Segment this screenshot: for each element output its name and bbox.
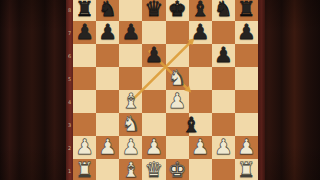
chess-app-stage: 87654321 ♜♞♛♚♝♞♜♟♟♟♟♟♟♟♞♝♟♞♝♟♟♟♟♟♟♟♜♝♛♚♜ — [0, 0, 320, 180]
square-h4[interactable] — [235, 90, 258, 113]
rank-label-8: 8 — [66, 0, 73, 21]
square-g3[interactable] — [212, 113, 235, 136]
square-f4[interactable] — [189, 90, 212, 113]
square-h6[interactable] — [235, 44, 258, 67]
white-bishop-c4[interactable]: ♝ — [121, 90, 140, 113]
black-rook-h8[interactable]: ♜ — [237, 0, 256, 21]
square-a2[interactable]: ♟ — [73, 136, 96, 159]
square-c3[interactable]: ♞ — [119, 113, 142, 136]
square-c7[interactable]: ♟ — [119, 21, 142, 44]
rank-label-2: 2 — [66, 136, 73, 159]
square-h3[interactable] — [235, 113, 258, 136]
square-a7[interactable]: ♟ — [73, 21, 96, 44]
square-c5[interactable] — [119, 67, 142, 90]
square-g2[interactable]: ♟ — [212, 136, 235, 159]
square-d7[interactable] — [142, 21, 165, 44]
black-rook-a8[interactable]: ♜ — [75, 0, 94, 21]
black-pawn-c7[interactable]: ♟ — [121, 21, 140, 44]
square-h1[interactable]: ♜ — [235, 159, 258, 180]
square-f3[interactable]: ♝ — [189, 113, 212, 136]
square-d3[interactable] — [142, 113, 165, 136]
square-e7[interactable] — [166, 21, 189, 44]
square-f8[interactable]: ♝ — [189, 0, 212, 21]
square-f5[interactable] — [189, 67, 212, 90]
board-frame-left: 87654321 — [66, 0, 73, 180]
black-bishop-f8[interactable]: ♝ — [191, 0, 210, 21]
black-pawn-h7[interactable]: ♟ — [237, 21, 256, 44]
white-rook-a1[interactable]: ♜ — [75, 159, 94, 180]
square-h5[interactable] — [235, 67, 258, 90]
white-pawn-b2[interactable]: ♟ — [98, 136, 117, 159]
square-e2[interactable] — [166, 136, 189, 159]
white-pawn-g2[interactable]: ♟ — [214, 136, 233, 159]
square-d6[interactable]: ♟ — [142, 44, 165, 67]
square-g8[interactable]: ♞ — [212, 0, 235, 21]
white-pawn-e4[interactable]: ♟ — [168, 90, 187, 113]
square-g4[interactable] — [212, 90, 235, 113]
white-king-e1[interactable]: ♚ — [168, 159, 187, 180]
square-b4[interactable] — [96, 90, 119, 113]
square-d2[interactable]: ♟ — [142, 136, 165, 159]
square-a8[interactable]: ♜ — [73, 0, 96, 21]
square-f2[interactable]: ♟ — [189, 136, 212, 159]
square-d5[interactable] — [142, 67, 165, 90]
square-e4[interactable]: ♟ — [166, 90, 189, 113]
square-e6[interactable] — [166, 44, 189, 67]
square-c1[interactable]: ♝ — [119, 159, 142, 180]
square-f1[interactable] — [189, 159, 212, 180]
black-queen-d8[interactable]: ♛ — [145, 0, 164, 21]
square-b1[interactable] — [96, 159, 119, 180]
white-knight-e5[interactable]: ♞ — [168, 67, 187, 90]
white-pawn-d2[interactable]: ♟ — [145, 136, 164, 159]
white-pawn-a2[interactable]: ♟ — [75, 136, 94, 159]
square-h7[interactable]: ♟ — [235, 21, 258, 44]
white-bishop-c1[interactable]: ♝ — [121, 159, 140, 180]
white-rook-h1[interactable]: ♜ — [237, 159, 256, 180]
black-pawn-f7[interactable]: ♟ — [191, 21, 210, 44]
black-pawn-b7[interactable]: ♟ — [98, 21, 117, 44]
square-h2[interactable]: ♟ — [235, 136, 258, 159]
white-pawn-f2[interactable]: ♟ — [191, 136, 210, 159]
square-b6[interactable] — [96, 44, 119, 67]
rank-label-6: 6 — [66, 44, 73, 67]
square-g6[interactable]: ♟ — [212, 44, 235, 67]
square-f7[interactable]: ♟ — [189, 21, 212, 44]
square-b5[interactable] — [96, 67, 119, 90]
square-a6[interactable] — [73, 44, 96, 67]
square-d4[interactable] — [142, 90, 165, 113]
rank-label-5: 5 — [66, 67, 73, 90]
square-d1[interactable]: ♛ — [142, 159, 165, 180]
square-c6[interactable] — [119, 44, 142, 67]
square-b7[interactable]: ♟ — [96, 21, 119, 44]
white-pawn-c2[interactable]: ♟ — [121, 136, 140, 159]
black-pawn-a7[interactable]: ♟ — [75, 21, 94, 44]
square-b8[interactable]: ♞ — [96, 0, 119, 21]
black-pawn-d6[interactable]: ♟ — [145, 44, 164, 67]
black-king-e8[interactable]: ♚ — [168, 0, 187, 21]
chess-board[interactable]: ♜♞♛♚♝♞♜♟♟♟♟♟♟♟♞♝♟♞♝♟♟♟♟♟♟♟♜♝♛♚♜ — [73, 0, 258, 180]
board-frame-right — [258, 0, 265, 180]
black-knight-g8[interactable]: ♞ — [214, 0, 233, 21]
rank-label-4: 4 — [66, 90, 73, 113]
square-e8[interactable]: ♚ — [166, 0, 189, 21]
square-a3[interactable] — [73, 113, 96, 136]
black-pawn-g6[interactable]: ♟ — [214, 44, 233, 67]
square-c8[interactable] — [119, 0, 142, 21]
square-c2[interactable]: ♟ — [119, 136, 142, 159]
square-a5[interactable] — [73, 67, 96, 90]
white-pawn-h2[interactable]: ♟ — [237, 136, 256, 159]
square-h8[interactable]: ♜ — [235, 0, 258, 21]
black-bishop-f3[interactable]: ♝ — [182, 114, 201, 137]
rank-label-7: 7 — [66, 21, 73, 44]
white-knight-c3[interactable]: ♞ — [121, 113, 140, 136]
square-g7[interactable] — [212, 21, 235, 44]
square-d8[interactable]: ♛ — [142, 0, 165, 21]
square-c4[interactable]: ♝ — [119, 90, 142, 113]
square-g1[interactable] — [212, 159, 235, 180]
white-queen-d1[interactable]: ♛ — [145, 159, 164, 180]
square-e5[interactable]: ♞ — [166, 67, 189, 90]
square-b2[interactable]: ♟ — [96, 136, 119, 159]
square-e1[interactable]: ♚ — [166, 159, 189, 180]
square-a1[interactable]: ♜ — [73, 159, 96, 180]
square-b3[interactable] — [96, 113, 119, 136]
square-g5[interactable] — [212, 67, 235, 90]
rank-label-1: 1 — [66, 159, 73, 180]
square-f6[interactable] — [189, 44, 212, 67]
black-knight-b8[interactable]: ♞ — [98, 0, 117, 21]
rank-label-3: 3 — [66, 113, 73, 136]
square-a4[interactable] — [73, 90, 96, 113]
